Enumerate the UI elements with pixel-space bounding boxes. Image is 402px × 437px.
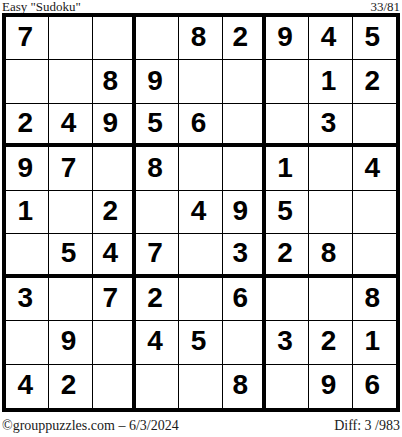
given-digit: 7 bbox=[103, 284, 119, 312]
given-digit: 5 bbox=[365, 23, 381, 51]
cell-r6c4[interactable]: 7 bbox=[136, 234, 179, 277]
cell-r8c5[interactable]: 5 bbox=[179, 321, 222, 364]
cell-r1c9[interactable]: 5 bbox=[353, 17, 396, 60]
cell-r3c7[interactable] bbox=[266, 104, 309, 147]
given-digit: 8 bbox=[103, 67, 119, 95]
cell-r1c1[interactable]: 7 bbox=[6, 17, 49, 60]
cell-r8c7[interactable]: 3 bbox=[266, 321, 309, 364]
given-digit: 9 bbox=[147, 67, 163, 95]
cell-r4c4[interactable]: 8 bbox=[136, 147, 179, 190]
cell-r6c7[interactable]: 2 bbox=[266, 234, 309, 277]
cell-r7c8[interactable] bbox=[309, 278, 352, 321]
given-digit: 8 bbox=[321, 239, 337, 267]
footer: ©grouppuzzles.com – 6/3/2024 Diff: 3 /98… bbox=[2, 418, 400, 434]
sudoku-page: Easy "Sudoku" 33/81 78294589122495639781… bbox=[0, 0, 402, 437]
cell-r9c6[interactable]: 8 bbox=[223, 365, 266, 408]
given-digit: 2 bbox=[17, 109, 33, 137]
given-digit: 1 bbox=[365, 327, 381, 355]
cell-r9c2[interactable]: 2 bbox=[49, 365, 92, 408]
cell-r4c8[interactable] bbox=[309, 147, 352, 190]
cell-r2c9[interactable]: 2 bbox=[353, 60, 396, 103]
cell-r3c2[interactable]: 4 bbox=[49, 104, 92, 147]
cell-r7c3[interactable]: 7 bbox=[93, 278, 136, 321]
given-digit: 9 bbox=[103, 109, 119, 137]
given-digit: 3 bbox=[277, 327, 293, 355]
copyright-credit: ©grouppuzzles.com – 6/3/2024 bbox=[2, 418, 179, 434]
cell-r1c7[interactable]: 9 bbox=[266, 17, 309, 60]
cell-r5c2[interactable] bbox=[49, 191, 92, 234]
given-digit: 9 bbox=[17, 154, 33, 182]
cell-r1c5[interactable]: 8 bbox=[179, 17, 222, 60]
cell-r8c3[interactable] bbox=[93, 321, 136, 364]
given-digit: 3 bbox=[17, 284, 33, 312]
page-title: Easy "Sudoku" bbox=[2, 0, 81, 13]
cell-r7c6[interactable]: 6 bbox=[223, 278, 266, 321]
cell-r6c8[interactable]: 8 bbox=[309, 234, 352, 277]
given-digit: 7 bbox=[147, 239, 163, 267]
cell-r1c8[interactable]: 4 bbox=[309, 17, 352, 60]
given-digit: 1 bbox=[321, 67, 337, 95]
given-digit: 6 bbox=[365, 371, 381, 399]
cell-r5c1[interactable]: 1 bbox=[6, 191, 49, 234]
cell-r2c1[interactable] bbox=[6, 60, 49, 103]
cell-r3c8[interactable]: 3 bbox=[309, 104, 352, 147]
given-digit: 3 bbox=[233, 239, 249, 267]
cell-r6c9[interactable] bbox=[353, 234, 396, 277]
cell-r6c3[interactable]: 4 bbox=[93, 234, 136, 277]
difficulty-label: Diff: 3 /983 bbox=[334, 418, 400, 434]
given-digit: 2 bbox=[61, 371, 77, 399]
given-digit: 5 bbox=[191, 327, 207, 355]
cell-r7c2[interactable] bbox=[49, 278, 92, 321]
given-digit: 8 bbox=[365, 284, 381, 312]
given-digit: 4 bbox=[365, 154, 381, 182]
given-digit: 3 bbox=[321, 109, 337, 137]
given-digit: 5 bbox=[61, 239, 77, 267]
given-digit: 4 bbox=[147, 327, 163, 355]
cell-r3c4[interactable]: 5 bbox=[136, 104, 179, 147]
given-digit: 2 bbox=[277, 239, 293, 267]
given-digit: 4 bbox=[17, 371, 33, 399]
cell-r5c5[interactable]: 4 bbox=[179, 191, 222, 234]
cell-r9c5[interactable] bbox=[179, 365, 222, 408]
cell-r5c6[interactable]: 9 bbox=[223, 191, 266, 234]
cell-r3c6[interactable] bbox=[223, 104, 266, 147]
cell-r5c3[interactable]: 2 bbox=[93, 191, 136, 234]
header: Easy "Sudoku" 33/81 bbox=[2, 0, 400, 13]
given-digit: 8 bbox=[233, 371, 249, 399]
given-digit: 9 bbox=[61, 327, 77, 355]
cell-r6c5[interactable] bbox=[179, 234, 222, 277]
given-digit: 9 bbox=[233, 197, 249, 225]
given-digit: 8 bbox=[147, 154, 163, 182]
cell-r7c7[interactable] bbox=[266, 278, 309, 321]
cell-r8c2[interactable]: 9 bbox=[49, 321, 92, 364]
givens-counter: 33/81 bbox=[370, 0, 400, 13]
cell-r8c9[interactable]: 1 bbox=[353, 321, 396, 364]
given-digit: 1 bbox=[277, 154, 293, 182]
cell-r4c7[interactable]: 1 bbox=[266, 147, 309, 190]
cell-r1c2[interactable] bbox=[49, 17, 92, 60]
cell-r5c9[interactable] bbox=[353, 191, 396, 234]
cell-r3c1[interactable]: 2 bbox=[6, 104, 49, 147]
given-digit: 2 bbox=[321, 327, 337, 355]
cell-r7c1[interactable]: 3 bbox=[6, 278, 49, 321]
cell-r2c5[interactable] bbox=[179, 60, 222, 103]
given-digit: 2 bbox=[103, 197, 119, 225]
cell-r1c6[interactable]: 2 bbox=[223, 17, 266, 60]
cell-r1c4[interactable] bbox=[136, 17, 179, 60]
cell-r1c3[interactable] bbox=[93, 17, 136, 60]
cell-r4c9[interactable]: 4 bbox=[353, 147, 396, 190]
cell-r6c6[interactable]: 3 bbox=[223, 234, 266, 277]
cell-r8c8[interactable]: 2 bbox=[309, 321, 352, 364]
cell-r3c9[interactable] bbox=[353, 104, 396, 147]
given-digit: 2 bbox=[147, 284, 163, 312]
cell-r4c3[interactable] bbox=[93, 147, 136, 190]
cell-r7c4[interactable]: 2 bbox=[136, 278, 179, 321]
cell-r4c6[interactable] bbox=[223, 147, 266, 190]
cell-r9c3[interactable] bbox=[93, 365, 136, 408]
cell-r9c8[interactable]: 9 bbox=[309, 365, 352, 408]
cell-r8c4[interactable]: 4 bbox=[136, 321, 179, 364]
given-digit: 6 bbox=[191, 109, 207, 137]
cell-r2c2[interactable] bbox=[49, 60, 92, 103]
given-digit: 5 bbox=[277, 197, 293, 225]
cell-r3c5[interactable]: 6 bbox=[179, 104, 222, 147]
given-digit: 7 bbox=[17, 23, 33, 51]
cell-r5c8[interactable] bbox=[309, 191, 352, 234]
given-digit: 4 bbox=[103, 239, 119, 267]
given-digit: 4 bbox=[61, 109, 77, 137]
given-digit: 1 bbox=[17, 197, 33, 225]
cell-r4c2[interactable]: 7 bbox=[49, 147, 92, 190]
cell-r2c3[interactable]: 8 bbox=[93, 60, 136, 103]
given-digit: 2 bbox=[365, 67, 381, 95]
cell-r8c6[interactable] bbox=[223, 321, 266, 364]
given-digit: 9 bbox=[321, 371, 337, 399]
cell-r9c9[interactable]: 6 bbox=[353, 365, 396, 408]
cell-r4c5[interactable] bbox=[179, 147, 222, 190]
cell-r9c7[interactable] bbox=[266, 365, 309, 408]
given-digit: 6 bbox=[233, 284, 249, 312]
cell-r5c4[interactable] bbox=[136, 191, 179, 234]
cell-r7c9[interactable]: 8 bbox=[353, 278, 396, 321]
cell-r2c7[interactable] bbox=[266, 60, 309, 103]
cell-r6c1[interactable] bbox=[6, 234, 49, 277]
cell-r4c1[interactable]: 9 bbox=[6, 147, 49, 190]
given-digit: 4 bbox=[191, 197, 207, 225]
given-digit: 8 bbox=[191, 23, 207, 51]
cell-r3c3[interactable]: 9 bbox=[93, 104, 136, 147]
given-digit: 4 bbox=[321, 23, 337, 51]
cell-r9c1[interactable]: 4 bbox=[6, 365, 49, 408]
given-digit: 7 bbox=[61, 154, 77, 182]
given-digit: 9 bbox=[277, 23, 293, 51]
cell-r2c6[interactable] bbox=[223, 60, 266, 103]
cell-r7c5[interactable] bbox=[179, 278, 222, 321]
sudoku-board: 7829458912249563978141249554732837268945… bbox=[2, 13, 400, 412]
cell-r9c4[interactable] bbox=[136, 365, 179, 408]
cell-r6c2[interactable]: 5 bbox=[49, 234, 92, 277]
given-digit: 5 bbox=[147, 109, 163, 137]
cell-r2c8[interactable]: 1 bbox=[309, 60, 352, 103]
cell-r2c4[interactable]: 9 bbox=[136, 60, 179, 103]
cell-r5c7[interactable]: 5 bbox=[266, 191, 309, 234]
given-digit: 2 bbox=[233, 23, 249, 51]
cell-r8c1[interactable] bbox=[6, 321, 49, 364]
